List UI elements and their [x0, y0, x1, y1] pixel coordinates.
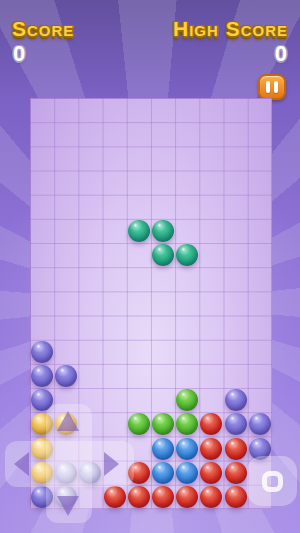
dpad-left-icon[interactable]	[14, 452, 29, 476]
ball-teal	[152, 220, 174, 242]
ball-red	[128, 486, 150, 508]
ball-red	[200, 438, 222, 460]
ball-red	[200, 413, 222, 435]
ball-teal	[176, 244, 198, 266]
ball-red	[104, 486, 126, 508]
dpad-down-icon[interactable]	[57, 496, 79, 516]
ball-violet	[55, 365, 77, 387]
ball-blue	[176, 438, 198, 460]
game-screen: Score 0 High Score 0	[0, 0, 300, 533]
rotate-button[interactable]	[247, 456, 297, 506]
dpad-up-icon[interactable]	[57, 411, 79, 431]
ball-violet	[249, 413, 271, 435]
ball-red	[176, 486, 198, 508]
score-value: 0	[13, 41, 25, 67]
pause-icon	[266, 81, 270, 93]
ball-red	[200, 462, 222, 484]
high-score-label: High Score	[173, 17, 288, 41]
high-score-value: 0	[275, 41, 287, 67]
dpad-right-icon[interactable]	[104, 452, 119, 476]
ball-red	[200, 486, 222, 508]
ball-violet	[31, 341, 53, 363]
pause-button[interactable]	[258, 74, 286, 100]
ball-violet	[225, 389, 247, 411]
ball-green	[176, 389, 198, 411]
ball-red	[152, 486, 174, 508]
ball-red	[225, 438, 247, 460]
ball-blue	[176, 462, 198, 484]
ball-red	[225, 462, 247, 484]
ball-green	[176, 413, 198, 435]
ball-green	[152, 413, 174, 435]
ball-blue	[152, 438, 174, 460]
ball-teal	[128, 220, 150, 242]
ball-green	[128, 413, 150, 435]
ball-violet	[31, 365, 53, 387]
score-label: Score	[12, 17, 74, 41]
ball-violet	[225, 413, 247, 435]
ball-blue	[152, 462, 174, 484]
ball-red	[225, 486, 247, 508]
rotate-ring-icon	[262, 471, 283, 492]
pause-icon	[274, 81, 278, 93]
ball-teal	[152, 244, 174, 266]
